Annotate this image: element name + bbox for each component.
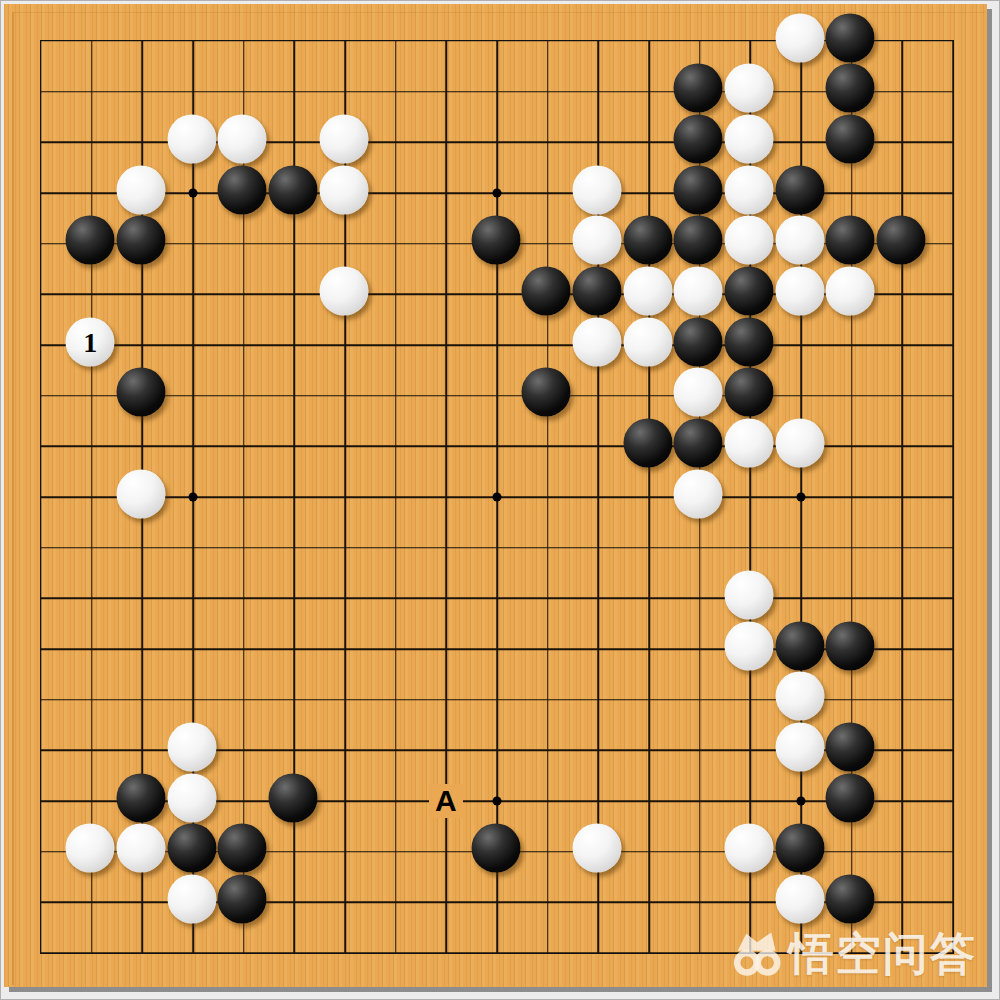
black-stone xyxy=(674,114,723,163)
black-stone xyxy=(876,216,925,265)
black-stone xyxy=(826,64,875,113)
white-stone xyxy=(775,266,824,315)
black-stone xyxy=(674,165,723,214)
point-marker-A: A xyxy=(429,784,463,818)
go-diagram: 1A 悟空问答 xyxy=(0,0,1000,1000)
white-stone xyxy=(775,13,824,62)
black-stone xyxy=(116,368,165,417)
white-stone xyxy=(724,824,773,873)
white-stone xyxy=(724,64,773,113)
move-number-label: 1 xyxy=(83,329,97,357)
white-stone xyxy=(724,570,773,619)
white-stone xyxy=(826,266,875,315)
black-stone xyxy=(775,165,824,214)
black-stone xyxy=(826,773,875,822)
white-stone xyxy=(572,824,621,873)
white-stone: 1 xyxy=(66,317,115,366)
white-stone xyxy=(724,165,773,214)
black-stone xyxy=(116,773,165,822)
black-stone xyxy=(775,824,824,873)
black-stone xyxy=(218,874,267,923)
black-stone xyxy=(724,368,773,417)
white-stone xyxy=(167,114,216,163)
white-stone xyxy=(319,266,368,315)
white-stone xyxy=(724,418,773,467)
black-stone xyxy=(674,216,723,265)
white-stone xyxy=(775,722,824,771)
white-stone xyxy=(167,874,216,923)
black-stone xyxy=(167,824,216,873)
black-stone xyxy=(522,266,571,315)
white-stone xyxy=(572,216,621,265)
star-point xyxy=(492,188,501,197)
white-stone xyxy=(167,722,216,771)
white-stone xyxy=(116,469,165,518)
go-board: 1A 悟空问答 xyxy=(4,4,987,987)
white-stone xyxy=(724,216,773,265)
black-stone xyxy=(116,216,165,265)
white-stone xyxy=(674,266,723,315)
star-point xyxy=(796,796,805,805)
white-stone xyxy=(775,672,824,721)
star-point xyxy=(188,492,197,501)
black-stone xyxy=(471,216,520,265)
black-stone xyxy=(623,216,672,265)
black-stone xyxy=(826,13,875,62)
black-stone xyxy=(826,722,875,771)
white-stone xyxy=(572,317,621,366)
white-stone xyxy=(724,621,773,670)
white-stone xyxy=(775,418,824,467)
black-stone xyxy=(826,874,875,923)
black-stone xyxy=(826,216,875,265)
black-stone xyxy=(572,266,621,315)
black-stone xyxy=(674,418,723,467)
white-stone xyxy=(623,266,672,315)
white-stone xyxy=(116,824,165,873)
white-stone xyxy=(319,114,368,163)
white-stone xyxy=(572,165,621,214)
black-stone xyxy=(623,418,672,467)
black-stone xyxy=(268,773,317,822)
white-stone xyxy=(623,317,672,366)
black-stone xyxy=(268,165,317,214)
black-stone xyxy=(775,621,824,670)
white-stone xyxy=(167,773,216,822)
black-stone xyxy=(218,165,267,214)
black-stone xyxy=(724,317,773,366)
white-stone xyxy=(724,114,773,163)
white-stone xyxy=(116,165,165,214)
black-stone xyxy=(471,824,520,873)
black-stone xyxy=(674,64,723,113)
black-stone xyxy=(826,114,875,163)
star-point xyxy=(188,188,197,197)
star-point xyxy=(492,796,501,805)
star-point xyxy=(796,492,805,501)
black-stone xyxy=(522,368,571,417)
white-stone xyxy=(775,874,824,923)
black-stone xyxy=(826,621,875,670)
white-stone xyxy=(674,368,723,417)
black-stone xyxy=(674,317,723,366)
black-stone xyxy=(218,824,267,873)
black-stone xyxy=(724,266,773,315)
white-stone xyxy=(674,469,723,518)
white-stone xyxy=(319,165,368,214)
go-grid[interactable]: 1A xyxy=(40,40,954,954)
star-point xyxy=(492,492,501,501)
black-stone xyxy=(66,216,115,265)
white-stone xyxy=(775,216,824,265)
white-stone xyxy=(66,824,115,873)
white-stone xyxy=(218,114,267,163)
